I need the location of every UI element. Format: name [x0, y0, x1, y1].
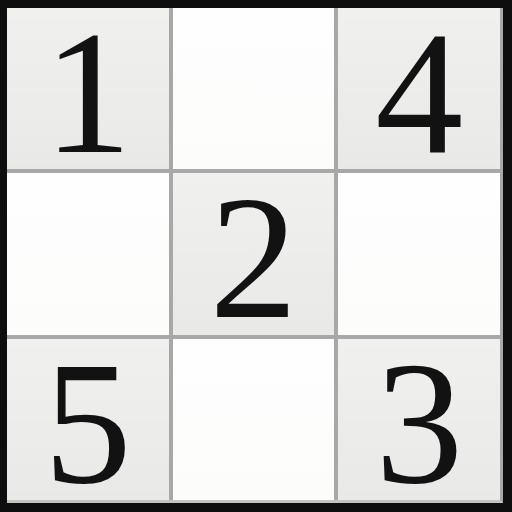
cell-r1c2[interactable]: [338, 173, 500, 334]
cell-r0c1[interactable]: [173, 8, 335, 169]
cell-r2c1[interactable]: [173, 339, 335, 500]
sudoku-grid: 1 4 2 5 3: [7, 8, 503, 503]
cell-r1c0[interactable]: [7, 173, 169, 334]
cell-r0c0[interactable]: 1: [7, 8, 169, 169]
cell-value: 4: [375, 8, 463, 169]
cell-r0c2[interactable]: 4: [338, 8, 500, 169]
cell-value: 1: [44, 8, 132, 169]
cell-r1c1[interactable]: 2: [173, 173, 335, 334]
cell-value: 5: [44, 339, 132, 500]
cell-value: 3: [375, 339, 463, 500]
cell-value: 2: [209, 173, 297, 334]
sudoku-board-frame: 1 4 2 5 3: [0, 0, 512, 512]
cell-r2c2[interactable]: 3: [338, 339, 500, 500]
cell-r2c0[interactable]: 5: [7, 339, 169, 500]
